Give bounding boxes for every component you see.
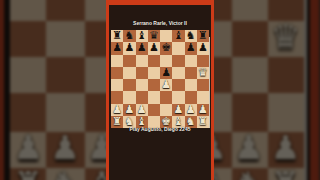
square-c5 bbox=[136, 67, 148, 79]
square-g2: ♟ bbox=[185, 104, 197, 116]
black-pawn-icon: ♟ bbox=[198, 42, 208, 53]
square-f6 bbox=[172, 55, 184, 67]
square-a4 bbox=[111, 79, 123, 91]
player-name-black: Serrano Rarle, Victor II bbox=[109, 20, 211, 26]
video-frame: Serrano Rarle, Victor II ♜♞♝♛♝♞♜♟♟♟♟♚♟♟♟… bbox=[0, 0, 320, 180]
white-pawn-icon: ♟ bbox=[173, 104, 183, 115]
square-c8: ♝ bbox=[136, 30, 148, 42]
square-f8: ♝ bbox=[172, 30, 184, 42]
square-c3 bbox=[136, 91, 148, 103]
square-h4 bbox=[197, 79, 209, 91]
square-g5 bbox=[185, 67, 197, 79]
square-b4 bbox=[123, 79, 135, 91]
square-h7: ♟ bbox=[197, 42, 209, 54]
square-b6 bbox=[123, 55, 135, 67]
square-e3 bbox=[160, 91, 172, 103]
square-f5 bbox=[172, 67, 184, 79]
square-e5: ♟ bbox=[160, 67, 172, 79]
square-b2: ♟ bbox=[123, 104, 135, 116]
square-h8: ♜ bbox=[197, 30, 209, 42]
square-b3 bbox=[123, 91, 135, 103]
square-g4 bbox=[185, 79, 197, 91]
black-king-icon: ♚ bbox=[161, 42, 171, 53]
square-b7: ♟ bbox=[123, 42, 135, 54]
square-c4 bbox=[136, 79, 148, 91]
square-e8 bbox=[160, 30, 172, 42]
black-pawn-icon: ♟ bbox=[161, 67, 171, 78]
black-pawn-icon: ♟ bbox=[112, 42, 122, 53]
black-knight-icon: ♞ bbox=[186, 30, 196, 41]
black-bishop-icon: ♝ bbox=[137, 30, 147, 41]
chess-board: ♜♞♝♛♝♞♜♟♟♟♟♚♟♟♟♛♟♟♟♟♟♟♟♜♞♝♚♝♞♜ bbox=[111, 30, 209, 128]
square-g8: ♞ bbox=[185, 30, 197, 42]
board-edge-highlight bbox=[209, 37, 210, 128]
square-g6 bbox=[185, 55, 197, 67]
square-h5: ♛ bbox=[197, 67, 209, 79]
player-name-white: Play Augusto, Diego 2245 bbox=[109, 126, 211, 132]
square-g3 bbox=[185, 91, 197, 103]
square-c6 bbox=[136, 55, 148, 67]
square-h2: ♟ bbox=[197, 104, 209, 116]
square-d7: ♟ bbox=[148, 42, 160, 54]
black-pawn-icon: ♟ bbox=[124, 42, 134, 53]
white-pawn-icon: ♟ bbox=[137, 104, 147, 115]
square-h3 bbox=[197, 91, 209, 103]
square-e2 bbox=[160, 104, 172, 116]
square-d4 bbox=[148, 79, 160, 91]
square-f7 bbox=[172, 42, 184, 54]
square-d6 bbox=[148, 55, 160, 67]
square-a8: ♜ bbox=[111, 30, 123, 42]
square-b8: ♞ bbox=[123, 30, 135, 42]
square-d2 bbox=[148, 104, 160, 116]
square-f3 bbox=[172, 91, 184, 103]
square-a2: ♟ bbox=[111, 104, 123, 116]
square-a3 bbox=[111, 91, 123, 103]
square-a7: ♟ bbox=[111, 42, 123, 54]
square-d5 bbox=[148, 67, 160, 79]
square-f4 bbox=[172, 79, 184, 91]
black-rook-icon: ♜ bbox=[112, 30, 122, 41]
black-queen-icon: ♛ bbox=[149, 30, 159, 41]
black-bishop-icon: ♝ bbox=[173, 30, 183, 41]
square-a6 bbox=[111, 55, 123, 67]
square-c2: ♟ bbox=[136, 104, 148, 116]
white-pawn-icon: ♟ bbox=[198, 104, 208, 115]
square-a5 bbox=[111, 67, 123, 79]
white-queen-icon: ♛ bbox=[198, 67, 208, 78]
square-c7: ♟ bbox=[136, 42, 148, 54]
black-pawn-icon: ♟ bbox=[137, 42, 147, 53]
square-e4: ♟ bbox=[160, 79, 172, 91]
square-f2: ♟ bbox=[172, 104, 184, 116]
square-e7: ♚ bbox=[160, 42, 172, 54]
video-panel[interactable]: Serrano Rarle, Victor II ♜♞♝♛♝♞♜♟♟♟♟♚♟♟♟… bbox=[106, 0, 214, 180]
white-pawn-icon: ♟ bbox=[112, 104, 122, 115]
black-pawn-icon: ♟ bbox=[186, 42, 196, 53]
black-knight-icon: ♞ bbox=[124, 30, 134, 41]
square-e6 bbox=[160, 55, 172, 67]
white-pawn-icon: ♟ bbox=[124, 104, 134, 115]
black-pawn-icon: ♟ bbox=[149, 42, 159, 53]
white-pawn-icon: ♟ bbox=[161, 79, 171, 90]
square-b5 bbox=[123, 67, 135, 79]
square-h6 bbox=[197, 55, 209, 67]
black-rook-icon: ♜ bbox=[198, 30, 208, 41]
square-g7: ♟ bbox=[185, 42, 197, 54]
white-pawn-icon: ♟ bbox=[186, 104, 196, 115]
square-d3 bbox=[148, 91, 160, 103]
square-d8: ♛ bbox=[148, 30, 160, 42]
